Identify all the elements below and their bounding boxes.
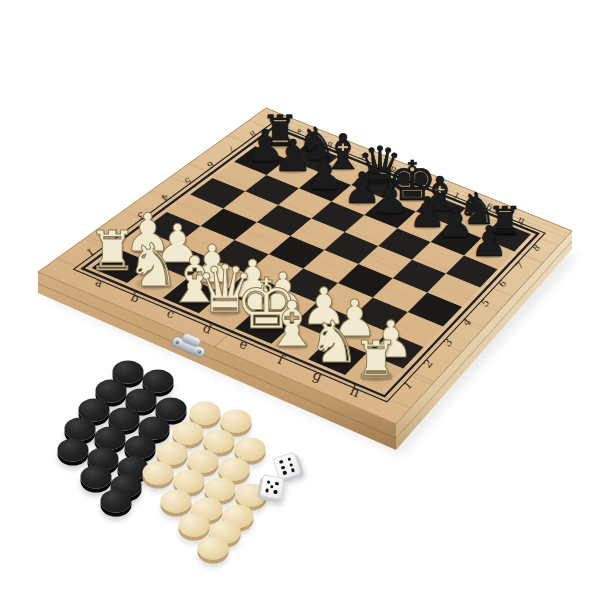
piece-shadow: [413, 220, 442, 230]
piece-shadow: [338, 327, 372, 340]
piece-shadow: [265, 300, 300, 313]
piece-shadow: [329, 162, 357, 172]
piece-shadow: [316, 353, 352, 366]
checker-black: [65, 418, 96, 441]
piece-shadow: [398, 193, 426, 203]
piece-shadow: [94, 261, 131, 275]
piece-shadow: [463, 217, 490, 227]
die-pip: [281, 465, 285, 469]
die-pip: [291, 468, 295, 472]
piece-shadow: [375, 206, 404, 217]
die-pip: [275, 481, 279, 485]
piece-shadow: [348, 195, 377, 206]
piece-shadow: [265, 138, 294, 149]
piece-shadow: [195, 273, 230, 286]
die-pip: [287, 457, 291, 461]
die-pip: [265, 489, 269, 493]
piece-shadow: [135, 277, 172, 291]
die-showing-5: [259, 474, 284, 499]
piece-shadow: [248, 321, 284, 334]
board-scene: aabbccddeeffgghh1122334455667788: [0, 0, 600, 600]
piece-shadow: [302, 152, 331, 162]
checker-white: [179, 514, 210, 537]
die-pip: [274, 490, 278, 494]
die-pip: [279, 460, 283, 464]
die-pip: [283, 471, 287, 475]
piece-shadow: [250, 154, 280, 165]
piece-shadow: [160, 253, 196, 266]
checker-white: [161, 490, 192, 513]
piece-shadow: [426, 203, 454, 213]
die-pip: [266, 480, 270, 484]
piece-shadow: [278, 164, 308, 175]
checker-white: [221, 410, 252, 433]
piece-shadow: [475, 249, 503, 259]
piece-shadow: [359, 370, 394, 383]
checker-black: [58, 439, 89, 462]
piece-shadow: [491, 227, 518, 237]
checker-black: [125, 436, 156, 459]
checker-black: [101, 490, 132, 513]
die-pip: [270, 485, 274, 489]
die-pip: [289, 463, 293, 467]
piece-shadow: [207, 305, 243, 318]
piece-shadow: [366, 176, 394, 186]
checker-white: [235, 438, 266, 461]
piece-shadow: [130, 242, 166, 255]
piece-shadow: [176, 293, 213, 306]
piece-shadow: [274, 337, 310, 350]
checker-white: [198, 537, 229, 560]
checker-black: [81, 466, 112, 489]
piece-shadow: [310, 181, 339, 192]
checker-white: [173, 422, 204, 445]
checker-white: [143, 462, 174, 485]
piece-shadow: [307, 316, 341, 329]
piece-shadow: [374, 348, 408, 361]
checker-white: [190, 402, 221, 425]
product-photo-chess-set: aabbccddeeffgghh1122334455667788 ♜♞♟♝♟♛♟…: [0, 0, 600, 600]
checker-white: [204, 430, 235, 453]
checker-black: [95, 427, 126, 450]
piece-shadow: [441, 230, 469, 240]
piece-shadow: [235, 289, 270, 302]
